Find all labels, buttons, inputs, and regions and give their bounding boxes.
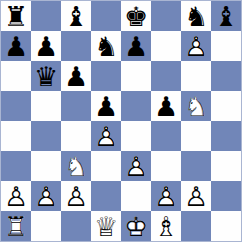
square-c8[interactable]: ♝ [61,1,91,31]
square-h4[interactable] [211,121,241,151]
square-b8[interactable] [31,1,61,31]
piece-glyph: ♙ [181,181,211,211]
square-f8[interactable] [151,1,181,31]
square-g5[interactable]: ♞♘ [181,91,211,121]
square-c3[interactable]: ♞♘ [61,151,91,181]
square-f2[interactable]: ♟♙ [151,181,181,211]
square-h3[interactable] [211,151,241,181]
square-g4[interactable] [181,121,211,151]
piece-black-rook-a8[interactable]: ♜ [1,1,31,31]
piece-white-king-e1[interactable]: ♚♔ [121,211,151,241]
square-a7[interactable]: ♟ [1,31,31,61]
piece-glyph: ♙ [91,121,121,151]
square-d1[interactable]: ♛♕ [91,211,121,241]
square-e5[interactable] [121,91,151,121]
square-d6[interactable] [91,61,121,91]
square-c5[interactable] [61,91,91,121]
piece-glyph: ♟ [31,31,61,61]
piece-white-pawn-b2[interactable]: ♟♙ [31,181,61,211]
piece-glyph: ♝ [211,1,241,31]
square-a2[interactable]: ♟♙ [1,181,31,211]
piece-glyph: ♙ [181,31,211,61]
square-d7[interactable]: ♞ [91,31,121,61]
square-e8[interactable]: ♚ [121,1,151,31]
piece-glyph: ♟ [1,31,31,61]
piece-glyph: ♗ [151,211,181,241]
square-e3[interactable]: ♟♙ [121,151,151,181]
square-a6[interactable] [1,61,31,91]
piece-glyph: ♟ [91,91,121,121]
square-e2[interactable] [121,181,151,211]
piece-white-knight-c3[interactable]: ♞♘ [61,151,91,181]
square-a1[interactable]: ♜♖ [1,211,31,241]
square-a4[interactable] [1,121,31,151]
piece-black-pawn-b7[interactable]: ♟ [31,31,61,61]
square-d2[interactable] [91,181,121,211]
piece-white-bishop-f1[interactable]: ♝♗ [151,211,181,241]
piece-glyph: ♖ [1,211,31,241]
square-a3[interactable] [1,151,31,181]
square-a5[interactable] [1,91,31,121]
piece-glyph: ♙ [121,151,151,181]
piece-black-pawn-c6[interactable]: ♟ [61,61,91,91]
piece-glyph: ♟ [151,91,181,121]
square-g6[interactable] [181,61,211,91]
piece-glyph: ♙ [151,181,181,211]
square-h1[interactable] [211,211,241,241]
piece-black-bishop-h8[interactable]: ♝ [211,1,241,31]
square-d4[interactable]: ♟♙ [91,121,121,151]
piece-glyph: ♟ [61,61,91,91]
square-b1[interactable] [31,211,61,241]
square-c4[interactable] [61,121,91,151]
piece-white-queen-d1[interactable]: ♛♕ [91,211,121,241]
square-b2[interactable]: ♟♙ [31,181,61,211]
square-d8[interactable] [91,1,121,31]
square-c7[interactable] [61,31,91,61]
piece-black-bishop-c8[interactable]: ♝ [61,1,91,31]
piece-glyph: ♚ [121,1,151,31]
square-g1[interactable] [181,211,211,241]
square-d5[interactable]: ♟ [91,91,121,121]
chess-board: ♜♝♚♞♝♟♟♞♟♟♙♛♟♟♟♞♘♟♙♞♘♟♙♟♙♟♙♟♙♟♙♟♙♜♖♛♕♚♔♝… [0,0,242,242]
square-g8[interactable]: ♞ [181,1,211,31]
square-e6[interactable] [121,61,151,91]
piece-white-pawn-g2[interactable]: ♟♙ [181,181,211,211]
piece-black-pawn-d5[interactable]: ♟ [91,91,121,121]
piece-white-pawn-f2[interactable]: ♟♙ [151,181,181,211]
square-g7[interactable]: ♟♙ [181,31,211,61]
square-h2[interactable] [211,181,241,211]
square-g3[interactable] [181,151,211,181]
piece-glyph: ♙ [61,181,91,211]
square-c2[interactable]: ♟♙ [61,181,91,211]
piece-glyph: ♙ [1,181,31,211]
square-b5[interactable] [31,91,61,121]
square-h7[interactable] [211,31,241,61]
piece-black-knight-g8[interactable]: ♞ [181,1,211,31]
piece-white-pawn-e3[interactable]: ♟♙ [121,151,151,181]
piece-black-king-e8[interactable]: ♚ [121,1,151,31]
piece-white-pawn-a2[interactable]: ♟♙ [1,181,31,211]
piece-glyph: ♛ [31,61,61,91]
piece-black-pawn-f5[interactable]: ♟ [151,91,181,121]
piece-glyph: ♞ [181,1,211,31]
square-f5[interactable]: ♟ [151,91,181,121]
piece-glyph: ♞ [91,31,121,61]
square-h5[interactable] [211,91,241,121]
square-c6[interactable]: ♟ [61,61,91,91]
square-b4[interactable] [31,121,61,151]
piece-glyph: ♙ [31,181,61,211]
piece-glyph: ♕ [91,211,121,241]
square-f6[interactable] [151,61,181,91]
piece-glyph: ♜ [1,1,31,31]
square-h6[interactable] [211,61,241,91]
square-g2[interactable]: ♟♙ [181,181,211,211]
square-e1[interactable]: ♚♔ [121,211,151,241]
square-b6[interactable]: ♛ [31,61,61,91]
piece-black-queen-b6[interactable]: ♛ [31,61,61,91]
piece-white-pawn-g7[interactable]: ♟♙ [181,31,211,61]
square-d3[interactable] [91,151,121,181]
square-f4[interactable] [151,121,181,151]
square-f1[interactable]: ♝♗ [151,211,181,241]
square-a8[interactable]: ♜ [1,1,31,31]
piece-black-pawn-e7[interactable]: ♟ [121,31,151,61]
square-f3[interactable] [151,151,181,181]
piece-black-pawn-a7[interactable]: ♟ [1,31,31,61]
piece-glyph: ♘ [61,151,91,181]
square-f7[interactable] [151,31,181,61]
square-h8[interactable]: ♝ [211,1,241,31]
piece-glyph: ♔ [121,211,151,241]
piece-glyph: ♘ [181,91,211,121]
piece-white-pawn-d4[interactable]: ♟♙ [91,121,121,151]
piece-glyph: ♝ [61,1,91,31]
piece-white-knight-g5[interactable]: ♞♘ [181,91,211,121]
square-b7[interactable]: ♟ [31,31,61,61]
square-c1[interactable] [61,211,91,241]
piece-white-pawn-c2[interactable]: ♟♙ [61,181,91,211]
piece-white-rook-a1[interactable]: ♜♖ [1,211,31,241]
square-b3[interactable] [31,151,61,181]
square-e4[interactable] [121,121,151,151]
square-e7[interactable]: ♟ [121,31,151,61]
piece-black-knight-d7[interactable]: ♞ [91,31,121,61]
piece-glyph: ♟ [121,31,151,61]
